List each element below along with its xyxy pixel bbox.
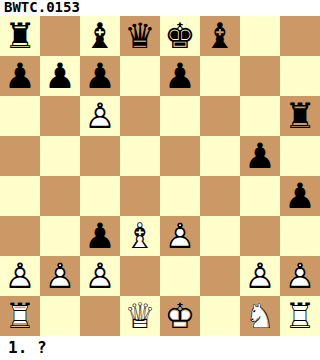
square-f6[interactable]	[200, 96, 240, 136]
black-pawn-piece[interactable]: ♟	[40, 56, 80, 96]
white-king-piece[interactable]: ♚♔	[160, 296, 200, 336]
square-e4[interactable]	[160, 176, 200, 216]
square-c5[interactable]	[80, 136, 120, 176]
square-e5[interactable]	[160, 136, 200, 176]
white-piece-outline: ♘	[240, 296, 280, 336]
square-e6[interactable]	[160, 96, 200, 136]
square-g8[interactable]	[240, 16, 280, 56]
white-piece-outline: ♙	[0, 256, 40, 296]
square-a3[interactable]	[0, 216, 40, 256]
square-e2[interactable]	[160, 256, 200, 296]
square-g1[interactable]: ♞♘	[240, 296, 280, 336]
puzzle-id-title: BWTC.0153	[4, 0, 80, 15]
black-king-piece[interactable]: ♚	[160, 16, 200, 56]
white-pawn-piece[interactable]: ♟♙	[80, 256, 120, 296]
white-piece-outline: ♙	[80, 96, 120, 136]
square-b7[interactable]: ♟	[40, 56, 80, 96]
square-c3[interactable]: ♟	[80, 216, 120, 256]
white-knight-piece[interactable]: ♞♘	[240, 296, 280, 336]
white-piece-outline: ♖	[280, 296, 320, 336]
square-c6[interactable]: ♟♙	[80, 96, 120, 136]
black-pawn-piece[interactable]: ♟	[80, 56, 120, 96]
square-h2[interactable]: ♟♙	[280, 256, 320, 296]
white-piece-outline: ♖	[0, 296, 40, 336]
square-h1[interactable]: ♜♖	[280, 296, 320, 336]
square-b3[interactable]	[40, 216, 80, 256]
move-prompt: 1. ?	[8, 339, 47, 357]
white-piece-outline: ♙	[80, 256, 120, 296]
square-a7[interactable]: ♟	[0, 56, 40, 96]
black-pawn-piece[interactable]: ♟	[160, 56, 200, 96]
square-f3[interactable]	[200, 216, 240, 256]
white-pawn-piece[interactable]: ♟♙	[240, 256, 280, 296]
square-d6[interactable]	[120, 96, 160, 136]
square-a6[interactable]	[0, 96, 40, 136]
square-h6[interactable]: ♜	[280, 96, 320, 136]
square-c1[interactable]	[80, 296, 120, 336]
square-b4[interactable]	[40, 176, 80, 216]
footer-bar: 1. ?	[0, 336, 320, 360]
chess-board: ♜♝♛♚♝♟♟♟♟♟♙♜♟♟♟♝♗♟♙♟♙♟♙♟♙♟♙♟♙♜♖♛♕♚♔♞♘♜♖	[0, 16, 320, 336]
square-b6[interactable]	[40, 96, 80, 136]
black-pawn-piece[interactable]: ♟	[280, 176, 320, 216]
chess-app-window: BWTC.0153 ♜♝♛♚♝♟♟♟♟♟♙♜♟♟♟♝♗♟♙♟♙♟♙♟♙♟♙♟♙♜…	[0, 0, 320, 360]
square-a1[interactable]: ♜♖	[0, 296, 40, 336]
black-pawn-piece[interactable]: ♟	[240, 136, 280, 176]
white-piece-outline: ♗	[120, 216, 160, 256]
square-c2[interactable]: ♟♙	[80, 256, 120, 296]
square-h4[interactable]: ♟	[280, 176, 320, 216]
square-f1[interactable]	[200, 296, 240, 336]
square-f4[interactable]	[200, 176, 240, 216]
white-queen-piece[interactable]: ♛♕	[120, 296, 160, 336]
white-pawn-piece[interactable]: ♟♙	[160, 216, 200, 256]
square-g7[interactable]	[240, 56, 280, 96]
black-pawn-piece[interactable]: ♟	[80, 216, 120, 256]
square-d2[interactable]	[120, 256, 160, 296]
square-d4[interactable]	[120, 176, 160, 216]
square-e3[interactable]: ♟♙	[160, 216, 200, 256]
square-g3[interactable]	[240, 216, 280, 256]
white-piece-outline: ♔	[160, 296, 200, 336]
square-h8[interactable]	[280, 16, 320, 56]
square-a5[interactable]	[0, 136, 40, 176]
square-c4[interactable]	[80, 176, 120, 216]
square-d5[interactable]	[120, 136, 160, 176]
black-bishop-piece[interactable]: ♝	[200, 16, 240, 56]
square-h7[interactable]	[280, 56, 320, 96]
white-piece-outline: ♙	[40, 256, 80, 296]
square-c7[interactable]: ♟	[80, 56, 120, 96]
square-b2[interactable]: ♟♙	[40, 256, 80, 296]
square-b5[interactable]	[40, 136, 80, 176]
white-piece-outline: ♙	[280, 256, 320, 296]
square-e1[interactable]: ♚♔	[160, 296, 200, 336]
white-rook-piece[interactable]: ♜♖	[0, 296, 40, 336]
square-f2[interactable]	[200, 256, 240, 296]
square-d1[interactable]: ♛♕	[120, 296, 160, 336]
square-f8[interactable]: ♝	[200, 16, 240, 56]
white-piece-outline: ♕	[120, 296, 160, 336]
white-piece-outline: ♙	[240, 256, 280, 296]
square-e7[interactable]: ♟	[160, 56, 200, 96]
header-bar: BWTC.0153	[0, 0, 320, 16]
white-bishop-piece[interactable]: ♝♗	[120, 216, 160, 256]
square-f5[interactable]	[200, 136, 240, 176]
white-pawn-piece[interactable]: ♟♙	[0, 256, 40, 296]
black-bishop-piece[interactable]: ♝	[80, 16, 120, 56]
square-f7[interactable]	[200, 56, 240, 96]
square-d7[interactable]	[120, 56, 160, 96]
square-g5[interactable]: ♟	[240, 136, 280, 176]
square-g4[interactable]	[240, 176, 280, 216]
square-a2[interactable]: ♟♙	[0, 256, 40, 296]
square-g6[interactable]	[240, 96, 280, 136]
square-d3[interactable]: ♝♗	[120, 216, 160, 256]
black-pawn-piece[interactable]: ♟	[0, 56, 40, 96]
white-rook-piece[interactable]: ♜♖	[280, 296, 320, 336]
square-g2[interactable]: ♟♙	[240, 256, 280, 296]
white-pawn-piece[interactable]: ♟♙	[40, 256, 80, 296]
white-piece-outline: ♙	[160, 216, 200, 256]
white-pawn-piece[interactable]: ♟♙	[280, 256, 320, 296]
square-h5[interactable]	[280, 136, 320, 176]
square-a4[interactable]	[0, 176, 40, 216]
square-b1[interactable]	[40, 296, 80, 336]
square-c8[interactable]: ♝	[80, 16, 120, 56]
square-e8[interactable]: ♚	[160, 16, 200, 56]
square-h3[interactable]	[280, 216, 320, 256]
black-rook-piece[interactable]: ♜	[280, 96, 320, 136]
square-d8[interactable]: ♛	[120, 16, 160, 56]
white-pawn-piece[interactable]: ♟♙	[80, 96, 120, 136]
black-rook-piece[interactable]: ♜	[0, 16, 40, 56]
square-a8[interactable]: ♜	[0, 16, 40, 56]
black-queen-piece[interactable]: ♛	[120, 16, 160, 56]
square-b8[interactable]	[40, 16, 80, 56]
